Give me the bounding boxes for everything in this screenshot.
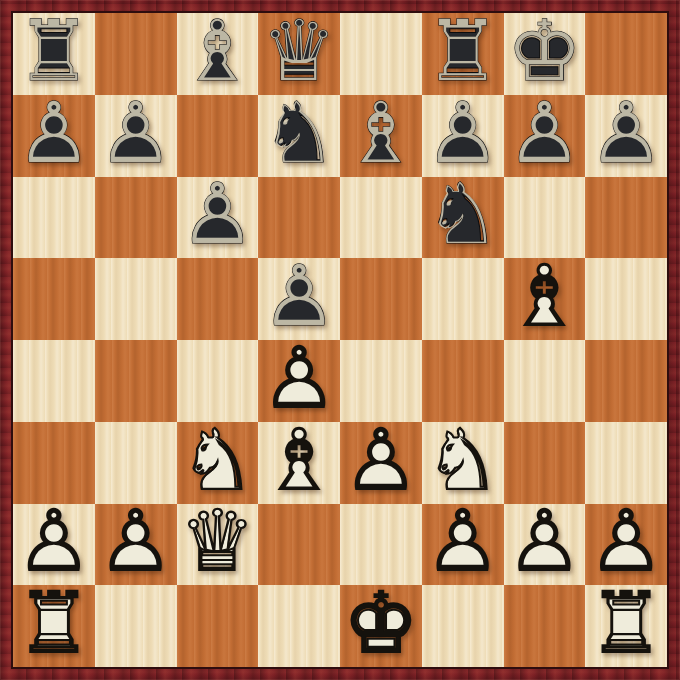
black-pawn-icon[interactable]: ♟♙ <box>177 177 259 259</box>
square-a8[interactable]: ♜♖ <box>13 13 95 95</box>
square-g2[interactable]: ♟♙ <box>504 504 586 586</box>
square-b2[interactable]: ♟♙ <box>95 504 177 586</box>
square-h4[interactable] <box>585 340 667 422</box>
square-f4[interactable] <box>422 340 504 422</box>
white-rook-icon[interactable]: ♜♖ <box>585 585 667 667</box>
piece-outline-glyph: ♗ <box>504 255 586 337</box>
square-g3[interactable] <box>504 422 586 504</box>
square-f3[interactable]: ♞♘ <box>422 422 504 504</box>
piece-outline-glyph: ♘ <box>177 419 259 501</box>
piece-outline-glyph: ♙ <box>258 255 340 337</box>
square-a7[interactable]: ♟♙ <box>13 95 95 177</box>
square-a5[interactable] <box>13 258 95 340</box>
square-e8[interactable] <box>340 13 422 95</box>
square-f2[interactable]: ♟♙ <box>422 504 504 586</box>
square-d6[interactable] <box>258 177 340 259</box>
square-a2[interactable]: ♟♙ <box>13 504 95 586</box>
white-pawn-icon[interactable]: ♟♙ <box>13 504 95 586</box>
square-c8[interactable]: ♝♗ <box>177 13 259 95</box>
square-e2[interactable] <box>340 504 422 586</box>
white-knight-icon[interactable]: ♞♘ <box>422 422 504 504</box>
piece-outline-glyph: ♗ <box>340 92 422 174</box>
square-b4[interactable] <box>95 340 177 422</box>
square-f7[interactable]: ♟♙ <box>422 95 504 177</box>
white-queen-icon[interactable]: ♛♕ <box>177 504 259 586</box>
piece-outline-glyph: ♙ <box>504 501 586 583</box>
piece-outline-glyph: ♘ <box>258 92 340 174</box>
piece-outline-glyph: ♕ <box>258 10 340 92</box>
square-g5[interactable]: ♝♗ <box>504 258 586 340</box>
white-knight-icon[interactable]: ♞♘ <box>177 422 259 504</box>
square-e7[interactable]: ♝♗ <box>340 95 422 177</box>
square-h6[interactable] <box>585 177 667 259</box>
piece-outline-glyph: ♕ <box>177 501 259 583</box>
square-c5[interactable] <box>177 258 259 340</box>
white-bishop-icon[interactable]: ♝♗ <box>504 258 586 340</box>
square-h7[interactable]: ♟♙ <box>585 95 667 177</box>
square-g7[interactable]: ♟♙ <box>504 95 586 177</box>
piece-outline-glyph: ♗ <box>258 419 340 501</box>
square-b6[interactable] <box>95 177 177 259</box>
chess-board: ♜♖♝♗♛♕♜♖♚♔♟♙♟♙♞♘♝♗♟♙♟♙♟♙♟♙♞♘♟♙♝♗♟♙♞♘♝♗♟♙… <box>11 11 669 669</box>
square-g8[interactable]: ♚♔ <box>504 13 586 95</box>
square-h2[interactable]: ♟♙ <box>585 504 667 586</box>
black-pawn-icon[interactable]: ♟♙ <box>95 95 177 177</box>
piece-outline-glyph: ♖ <box>585 582 667 664</box>
black-bishop-icon[interactable]: ♝♗ <box>177 13 259 95</box>
black-king-icon[interactable]: ♚♔ <box>504 13 586 95</box>
square-h1[interactable]: ♜♖ <box>585 585 667 667</box>
square-f8[interactable]: ♜♖ <box>422 13 504 95</box>
black-pawn-icon[interactable]: ♟♙ <box>258 258 340 340</box>
square-d8[interactable]: ♛♕ <box>258 13 340 95</box>
piece-outline-glyph: ♙ <box>177 174 259 256</box>
piece-outline-glyph: ♙ <box>585 92 667 174</box>
square-b8[interactable] <box>95 13 177 95</box>
black-pawn-icon[interactable]: ♟♙ <box>13 95 95 177</box>
white-pawn-icon[interactable]: ♟♙ <box>422 504 504 586</box>
square-g4[interactable] <box>504 340 586 422</box>
square-e3[interactable]: ♟♙ <box>340 422 422 504</box>
black-pawn-icon[interactable]: ♟♙ <box>585 95 667 177</box>
white-pawn-icon[interactable]: ♟♙ <box>340 422 422 504</box>
black-knight-icon[interactable]: ♞♘ <box>422 177 504 259</box>
black-rook-icon[interactable]: ♜♖ <box>13 13 95 95</box>
square-c4[interactable] <box>177 340 259 422</box>
piece-outline-glyph: ♔ <box>504 10 586 92</box>
black-rook-icon[interactable]: ♜♖ <box>422 13 504 95</box>
square-c3[interactable]: ♞♘ <box>177 422 259 504</box>
piece-outline-glyph: ♖ <box>13 582 95 664</box>
square-b7[interactable]: ♟♙ <box>95 95 177 177</box>
white-bishop-icon[interactable]: ♝♗ <box>258 422 340 504</box>
square-a4[interactable] <box>13 340 95 422</box>
white-pawn-icon[interactable]: ♟♙ <box>258 340 340 422</box>
square-c7[interactable] <box>177 95 259 177</box>
square-e5[interactable] <box>340 258 422 340</box>
piece-outline-glyph: ♖ <box>422 10 504 92</box>
square-a1[interactable]: ♜♖ <box>13 585 95 667</box>
black-pawn-icon[interactable]: ♟♙ <box>422 95 504 177</box>
square-b3[interactable] <box>95 422 177 504</box>
square-g1[interactable] <box>504 585 586 667</box>
square-f5[interactable] <box>422 258 504 340</box>
square-d2[interactable] <box>258 504 340 586</box>
square-c2[interactable]: ♛♕ <box>177 504 259 586</box>
square-g6[interactable] <box>504 177 586 259</box>
square-d3[interactable]: ♝♗ <box>258 422 340 504</box>
piece-outline-glyph: ♙ <box>422 501 504 583</box>
square-d4[interactable]: ♟♙ <box>258 340 340 422</box>
piece-outline-glyph: ♙ <box>13 92 95 174</box>
piece-outline-glyph: ♙ <box>422 92 504 174</box>
black-bishop-icon[interactable]: ♝♗ <box>340 95 422 177</box>
piece-outline-glyph: ♔ <box>340 582 422 664</box>
black-queen-icon[interactable]: ♛♕ <box>258 13 340 95</box>
square-h5[interactable] <box>585 258 667 340</box>
piece-outline-glyph: ♙ <box>585 501 667 583</box>
white-pawn-icon[interactable]: ♟♙ <box>504 504 586 586</box>
square-h8[interactable] <box>585 13 667 95</box>
piece-outline-glyph: ♙ <box>340 419 422 501</box>
square-c1[interactable] <box>177 585 259 667</box>
piece-outline-glyph: ♖ <box>13 10 95 92</box>
piece-outline-glyph: ♙ <box>95 501 177 583</box>
square-a6[interactable] <box>13 177 95 259</box>
piece-outline-glyph: ♙ <box>95 92 177 174</box>
square-f6[interactable]: ♞♘ <box>422 177 504 259</box>
square-b1[interactable] <box>95 585 177 667</box>
square-f1[interactable] <box>422 585 504 667</box>
piece-outline-glyph: ♘ <box>422 419 504 501</box>
square-e4[interactable] <box>340 340 422 422</box>
piece-outline-glyph: ♙ <box>504 92 586 174</box>
square-d7[interactable]: ♞♘ <box>258 95 340 177</box>
piece-outline-glyph: ♙ <box>258 337 340 419</box>
white-pawn-icon[interactable]: ♟♙ <box>585 504 667 586</box>
white-king-icon[interactable]: ♚♔ <box>340 585 422 667</box>
piece-outline-glyph: ♗ <box>177 10 259 92</box>
black-pawn-icon[interactable]: ♟♙ <box>504 95 586 177</box>
piece-outline-glyph: ♘ <box>422 174 504 256</box>
piece-outline-glyph: ♙ <box>13 501 95 583</box>
square-e6[interactable] <box>340 177 422 259</box>
square-d1[interactable] <box>258 585 340 667</box>
square-d5[interactable]: ♟♙ <box>258 258 340 340</box>
black-knight-icon[interactable]: ♞♘ <box>258 95 340 177</box>
white-pawn-icon[interactable]: ♟♙ <box>95 504 177 586</box>
square-c6[interactable]: ♟♙ <box>177 177 259 259</box>
white-rook-icon[interactable]: ♜♖ <box>13 585 95 667</box>
square-a3[interactable] <box>13 422 95 504</box>
square-e1[interactable]: ♚♔ <box>340 585 422 667</box>
square-h3[interactable] <box>585 422 667 504</box>
square-b5[interactable] <box>95 258 177 340</box>
board-frame: ♜♖♝♗♛♕♜♖♚♔♟♙♟♙♞♘♝♗♟♙♟♙♟♙♟♙♞♘♟♙♝♗♟♙♞♘♝♗♟♙… <box>0 0 680 680</box>
